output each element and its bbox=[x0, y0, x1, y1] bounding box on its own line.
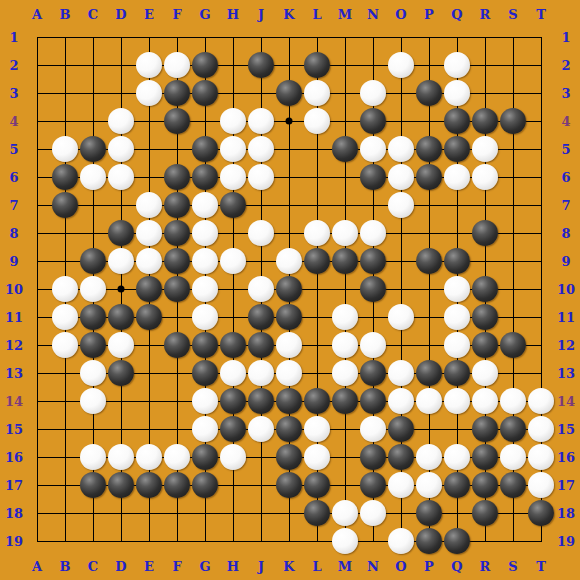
white-stone-O17[interactable] bbox=[388, 472, 414, 498]
row-label-right-15: 15 bbox=[557, 422, 575, 437]
white-stone-C6[interactable] bbox=[80, 164, 106, 190]
white-stone-Q10[interactable] bbox=[444, 276, 470, 302]
white-stone-M12[interactable] bbox=[332, 332, 358, 358]
white-stone-D6[interactable] bbox=[108, 164, 134, 190]
black-stone-R16[interactable] bbox=[472, 444, 498, 470]
row-label-right-12: 12 bbox=[557, 338, 575, 353]
black-stone-R11[interactable] bbox=[472, 304, 498, 330]
row-label-right-19: 19 bbox=[557, 534, 575, 549]
black-stone-T18[interactable] bbox=[528, 500, 554, 526]
white-stone-N18[interactable] bbox=[360, 500, 386, 526]
black-stone-R12[interactable] bbox=[472, 332, 498, 358]
white-stone-B5[interactable] bbox=[52, 136, 78, 162]
white-stone-J5[interactable] bbox=[248, 136, 274, 162]
white-stone-G15[interactable] bbox=[192, 416, 218, 442]
white-stone-E8[interactable] bbox=[136, 220, 162, 246]
col-label-top-A: A bbox=[32, 7, 42, 22]
white-stone-R6[interactable] bbox=[472, 164, 498, 190]
black-stone-E10[interactable] bbox=[136, 276, 162, 302]
white-stone-E3[interactable] bbox=[136, 80, 162, 106]
white-stone-D4[interactable] bbox=[108, 108, 134, 134]
black-stone-J12[interactable] bbox=[248, 332, 274, 358]
row-label-right-2: 2 bbox=[561, 58, 570, 73]
black-stone-P5[interactable] bbox=[416, 136, 442, 162]
black-stone-L9[interactable] bbox=[304, 248, 330, 274]
black-stone-S12[interactable] bbox=[500, 332, 526, 358]
white-stone-J15[interactable] bbox=[248, 416, 274, 442]
row-label-right-7: 7 bbox=[561, 198, 570, 213]
white-stone-F16[interactable] bbox=[164, 444, 190, 470]
white-stone-P16[interactable] bbox=[416, 444, 442, 470]
white-stone-Q2[interactable] bbox=[444, 52, 470, 78]
black-stone-N9[interactable] bbox=[360, 248, 386, 274]
black-stone-F10[interactable] bbox=[164, 276, 190, 302]
col-label-top-O: O bbox=[395, 7, 406, 22]
row-label-left-6: 6 bbox=[9, 170, 18, 185]
black-stone-G16[interactable] bbox=[192, 444, 218, 470]
white-stone-N15[interactable] bbox=[360, 416, 386, 442]
black-stone-S15[interactable] bbox=[500, 416, 526, 442]
row-label-right-14: 14 bbox=[557, 394, 575, 409]
white-stone-B10[interactable] bbox=[52, 276, 78, 302]
black-stone-B7[interactable] bbox=[52, 192, 78, 218]
black-stone-K14[interactable] bbox=[276, 388, 302, 414]
white-stone-C13[interactable] bbox=[80, 360, 106, 386]
black-stone-N14[interactable] bbox=[360, 388, 386, 414]
black-stone-K11[interactable] bbox=[276, 304, 302, 330]
white-stone-E7[interactable] bbox=[136, 192, 162, 218]
black-stone-N6[interactable] bbox=[360, 164, 386, 190]
white-stone-O19[interactable] bbox=[388, 528, 414, 554]
black-stone-L14[interactable] bbox=[304, 388, 330, 414]
black-stone-M14[interactable] bbox=[332, 388, 358, 414]
row-label-right-4: 4 bbox=[561, 114, 570, 129]
black-stone-P13[interactable] bbox=[416, 360, 442, 386]
col-label-bottom-Q: Q bbox=[451, 559, 462, 574]
black-stone-B6[interactable] bbox=[52, 164, 78, 190]
col-label-top-C: C bbox=[88, 7, 98, 22]
col-label-top-K: K bbox=[283, 7, 294, 22]
black-stone-G17[interactable] bbox=[192, 472, 218, 498]
white-stone-J6[interactable] bbox=[248, 164, 274, 190]
col-label-top-Q: Q bbox=[451, 7, 462, 22]
black-stone-O16[interactable] bbox=[388, 444, 414, 470]
white-stone-J8[interactable] bbox=[248, 220, 274, 246]
white-stone-J10[interactable] bbox=[248, 276, 274, 302]
black-stone-C17[interactable] bbox=[80, 472, 106, 498]
black-stone-F3[interactable] bbox=[164, 80, 190, 106]
row-label-right-18: 18 bbox=[557, 506, 575, 521]
row-label-left-10: 10 bbox=[5, 282, 23, 297]
black-stone-G12[interactable] bbox=[192, 332, 218, 358]
black-stone-K17[interactable] bbox=[276, 472, 302, 498]
white-stone-Q3[interactable] bbox=[444, 80, 470, 106]
black-stone-J11[interactable] bbox=[248, 304, 274, 330]
row-label-right-5: 5 bbox=[561, 142, 570, 157]
black-stone-Q19[interactable] bbox=[444, 528, 470, 554]
white-stone-G10[interactable] bbox=[192, 276, 218, 302]
white-stone-M19[interactable] bbox=[332, 528, 358, 554]
white-stone-B11[interactable] bbox=[52, 304, 78, 330]
black-stone-N4[interactable] bbox=[360, 108, 386, 134]
black-stone-P9[interactable] bbox=[416, 248, 442, 274]
row-label-left-8: 8 bbox=[9, 226, 18, 241]
col-label-bottom-T: T bbox=[536, 559, 546, 574]
black-stone-P19[interactable] bbox=[416, 528, 442, 554]
white-stone-T17[interactable] bbox=[528, 472, 554, 498]
white-stone-Q12[interactable] bbox=[444, 332, 470, 358]
col-label-top-B: B bbox=[60, 7, 71, 22]
black-stone-G5[interactable] bbox=[192, 136, 218, 162]
col-label-top-D: D bbox=[115, 7, 126, 22]
col-label-bottom-J: J bbox=[258, 559, 264, 574]
white-stone-D16[interactable] bbox=[108, 444, 134, 470]
row-label-left-2: 2 bbox=[9, 58, 18, 73]
col-label-top-N: N bbox=[367, 7, 379, 22]
grid-line-vertical bbox=[345, 37, 346, 542]
white-stone-B12[interactable] bbox=[52, 332, 78, 358]
black-stone-E11[interactable] bbox=[136, 304, 162, 330]
white-stone-T15[interactable] bbox=[528, 416, 554, 442]
black-stone-H14[interactable] bbox=[220, 388, 246, 414]
black-stone-G6[interactable] bbox=[192, 164, 218, 190]
row-label-left-9: 9 bbox=[9, 254, 18, 269]
row-label-left-5: 5 bbox=[9, 142, 18, 157]
white-stone-M8[interactable] bbox=[332, 220, 358, 246]
black-stone-Q4[interactable] bbox=[444, 108, 470, 134]
white-stone-K13[interactable] bbox=[276, 360, 302, 386]
row-label-right-6: 6 bbox=[561, 170, 570, 185]
white-stone-Q16[interactable] bbox=[444, 444, 470, 470]
black-stone-G3[interactable] bbox=[192, 80, 218, 106]
star-point bbox=[286, 118, 293, 125]
white-stone-T14[interactable] bbox=[528, 388, 554, 414]
row-label-left-13: 13 bbox=[5, 366, 23, 381]
black-stone-Q5[interactable] bbox=[444, 136, 470, 162]
white-stone-F2[interactable] bbox=[164, 52, 190, 78]
white-stone-H13[interactable] bbox=[220, 360, 246, 386]
black-stone-D8[interactable] bbox=[108, 220, 134, 246]
black-stone-R10[interactable] bbox=[472, 276, 498, 302]
black-stone-F6[interactable] bbox=[164, 164, 190, 190]
black-stone-P18[interactable] bbox=[416, 500, 442, 526]
go-board[interactable]: AABBCCDDEEFFGGHHJJKKLLMMNNOOPPQQRRSSTT11… bbox=[0, 0, 580, 580]
white-stone-L4[interactable] bbox=[304, 108, 330, 134]
black-stone-R17[interactable] bbox=[472, 472, 498, 498]
white-stone-R14[interactable] bbox=[472, 388, 498, 414]
black-stone-R15[interactable] bbox=[472, 416, 498, 442]
white-stone-K9[interactable] bbox=[276, 248, 302, 274]
white-stone-O5[interactable] bbox=[388, 136, 414, 162]
white-stone-P17[interactable] bbox=[416, 472, 442, 498]
black-stone-F17[interactable] bbox=[164, 472, 190, 498]
white-stone-H5[interactable] bbox=[220, 136, 246, 162]
black-stone-C11[interactable] bbox=[80, 304, 106, 330]
white-stone-O11[interactable] bbox=[388, 304, 414, 330]
grid-line-horizontal bbox=[37, 513, 542, 514]
row-label-left-16: 16 bbox=[5, 450, 23, 465]
row-label-right-16: 16 bbox=[557, 450, 575, 465]
black-stone-P6[interactable] bbox=[416, 164, 442, 190]
black-stone-H15[interactable] bbox=[220, 416, 246, 442]
row-label-left-15: 15 bbox=[5, 422, 23, 437]
row-label-right-1: 1 bbox=[561, 30, 570, 45]
white-stone-D12[interactable] bbox=[108, 332, 134, 358]
col-label-bottom-C: C bbox=[88, 559, 98, 574]
black-stone-F7[interactable] bbox=[164, 192, 190, 218]
white-stone-S16[interactable] bbox=[500, 444, 526, 470]
white-stone-L3[interactable] bbox=[304, 80, 330, 106]
white-stone-C14[interactable] bbox=[80, 388, 106, 414]
col-label-bottom-F: F bbox=[172, 559, 181, 574]
col-label-top-L: L bbox=[312, 7, 321, 22]
col-label-top-P: P bbox=[424, 7, 434, 22]
black-stone-H7[interactable] bbox=[220, 192, 246, 218]
white-stone-S14[interactable] bbox=[500, 388, 526, 414]
white-stone-C16[interactable] bbox=[80, 444, 106, 470]
black-stone-R18[interactable] bbox=[472, 500, 498, 526]
col-label-bottom-R: R bbox=[480, 559, 491, 574]
row-label-left-19: 19 bbox=[5, 534, 23, 549]
black-stone-F8[interactable] bbox=[164, 220, 190, 246]
col-label-bottom-S: S bbox=[508, 559, 517, 574]
black-stone-K3[interactable] bbox=[276, 80, 302, 106]
black-stone-F4[interactable] bbox=[164, 108, 190, 134]
col-label-top-T: T bbox=[536, 7, 546, 22]
white-stone-Q6[interactable] bbox=[444, 164, 470, 190]
white-stone-N3[interactable] bbox=[360, 80, 386, 106]
black-stone-J2[interactable] bbox=[248, 52, 274, 78]
black-stone-F12[interactable] bbox=[164, 332, 190, 358]
black-stone-D11[interactable] bbox=[108, 304, 134, 330]
black-stone-C5[interactable] bbox=[80, 136, 106, 162]
white-stone-T16[interactable] bbox=[528, 444, 554, 470]
white-stone-J13[interactable] bbox=[248, 360, 274, 386]
white-stone-N8[interactable] bbox=[360, 220, 386, 246]
black-stone-G13[interactable] bbox=[192, 360, 218, 386]
black-stone-K15[interactable] bbox=[276, 416, 302, 442]
black-stone-K16[interactable] bbox=[276, 444, 302, 470]
white-stone-E9[interactable] bbox=[136, 248, 162, 274]
black-stone-F9[interactable] bbox=[164, 248, 190, 274]
white-stone-L16[interactable] bbox=[304, 444, 330, 470]
white-stone-P14[interactable] bbox=[416, 388, 442, 414]
row-label-left-11: 11 bbox=[5, 310, 23, 325]
white-stone-M11[interactable] bbox=[332, 304, 358, 330]
col-label-top-R: R bbox=[480, 7, 491, 22]
row-label-left-3: 3 bbox=[9, 86, 18, 101]
row-label-right-9: 9 bbox=[561, 254, 570, 269]
row-label-right-10: 10 bbox=[557, 282, 575, 297]
row-label-left-14: 14 bbox=[5, 394, 23, 409]
col-label-top-F: F bbox=[172, 7, 181, 22]
black-stone-R8[interactable] bbox=[472, 220, 498, 246]
col-label-bottom-H: H bbox=[227, 559, 239, 574]
black-stone-O15[interactable] bbox=[388, 416, 414, 442]
col-label-top-H: H bbox=[227, 7, 239, 22]
col-label-bottom-O: O bbox=[395, 559, 406, 574]
col-label-bottom-L: L bbox=[312, 559, 321, 574]
black-stone-P3[interactable] bbox=[416, 80, 442, 106]
row-label-left-7: 7 bbox=[9, 198, 18, 213]
row-label-left-18: 18 bbox=[5, 506, 23, 521]
white-stone-G8[interactable] bbox=[192, 220, 218, 246]
white-stone-G11[interactable] bbox=[192, 304, 218, 330]
white-stone-K12[interactable] bbox=[276, 332, 302, 358]
white-stone-D9[interactable] bbox=[108, 248, 134, 274]
white-stone-O6[interactable] bbox=[388, 164, 414, 190]
col-label-bottom-P: P bbox=[424, 559, 434, 574]
col-label-top-J: J bbox=[258, 7, 264, 22]
col-label-bottom-K: K bbox=[283, 559, 294, 574]
white-stone-H6[interactable] bbox=[220, 164, 246, 190]
white-stone-J4[interactable] bbox=[248, 108, 274, 134]
white-stone-O14[interactable] bbox=[388, 388, 414, 414]
black-stone-H12[interactable] bbox=[220, 332, 246, 358]
black-stone-N10[interactable] bbox=[360, 276, 386, 302]
col-label-bottom-B: B bbox=[60, 559, 71, 574]
white-stone-R13[interactable] bbox=[472, 360, 498, 386]
white-stone-Q11[interactable] bbox=[444, 304, 470, 330]
col-label-top-M: M bbox=[338, 7, 352, 22]
black-stone-D13[interactable] bbox=[108, 360, 134, 386]
white-stone-M18[interactable] bbox=[332, 500, 358, 526]
white-stone-O7[interactable] bbox=[388, 192, 414, 218]
white-stone-N5[interactable] bbox=[360, 136, 386, 162]
col-label-bottom-A: A bbox=[32, 559, 42, 574]
white-stone-G14[interactable] bbox=[192, 388, 218, 414]
black-stone-L18[interactable] bbox=[304, 500, 330, 526]
star-point bbox=[118, 286, 125, 293]
row-label-left-17: 17 bbox=[5, 478, 23, 493]
black-stone-S17[interactable] bbox=[500, 472, 526, 498]
col-label-top-E: E bbox=[144, 7, 154, 22]
white-stone-O13[interactable] bbox=[388, 360, 414, 386]
black-stone-J14[interactable] bbox=[248, 388, 274, 414]
row-label-right-17: 17 bbox=[557, 478, 575, 493]
black-stone-N13[interactable] bbox=[360, 360, 386, 386]
row-label-left-12: 12 bbox=[5, 338, 23, 353]
white-stone-G7[interactable] bbox=[192, 192, 218, 218]
row-label-right-13: 13 bbox=[557, 366, 575, 381]
black-stone-D17[interactable] bbox=[108, 472, 134, 498]
black-stone-L17[interactable] bbox=[304, 472, 330, 498]
black-stone-M9[interactable] bbox=[332, 248, 358, 274]
white-stone-M13[interactable] bbox=[332, 360, 358, 386]
black-stone-G2[interactable] bbox=[192, 52, 218, 78]
white-stone-R5[interactable] bbox=[472, 136, 498, 162]
col-label-bottom-N: N bbox=[367, 559, 379, 574]
black-stone-S4[interactable] bbox=[500, 108, 526, 134]
black-stone-Q9[interactable] bbox=[444, 248, 470, 274]
row-label-right-11: 11 bbox=[557, 310, 575, 325]
white-stone-H9[interactable] bbox=[220, 248, 246, 274]
black-stone-C9[interactable] bbox=[80, 248, 106, 274]
white-stone-Q14[interactable] bbox=[444, 388, 470, 414]
row-label-right-8: 8 bbox=[561, 226, 570, 241]
black-stone-K10[interactable] bbox=[276, 276, 302, 302]
black-stone-E17[interactable] bbox=[136, 472, 162, 498]
col-label-top-S: S bbox=[508, 7, 517, 22]
black-stone-N16[interactable] bbox=[360, 444, 386, 470]
black-stone-L2[interactable] bbox=[304, 52, 330, 78]
row-label-right-3: 3 bbox=[561, 86, 570, 101]
col-label-top-G: G bbox=[199, 7, 210, 22]
white-stone-L15[interactable] bbox=[304, 416, 330, 442]
white-stone-D5[interactable] bbox=[108, 136, 134, 162]
black-stone-N17[interactable] bbox=[360, 472, 386, 498]
white-stone-E2[interactable] bbox=[136, 52, 162, 78]
col-label-bottom-M: M bbox=[338, 559, 352, 574]
col-label-bottom-E: E bbox=[144, 559, 154, 574]
black-stone-C12[interactable] bbox=[80, 332, 106, 358]
white-stone-H16[interactable] bbox=[220, 444, 246, 470]
black-stone-M5[interactable] bbox=[332, 136, 358, 162]
row-label-left-1: 1 bbox=[9, 30, 18, 45]
black-stone-R4[interactable] bbox=[472, 108, 498, 134]
row-label-left-4: 4 bbox=[9, 114, 18, 129]
black-stone-Q17[interactable] bbox=[444, 472, 470, 498]
col-label-bottom-G: G bbox=[199, 559, 210, 574]
white-stone-N12[interactable] bbox=[360, 332, 386, 358]
white-stone-L8[interactable] bbox=[304, 220, 330, 246]
black-stone-Q13[interactable] bbox=[444, 360, 470, 386]
white-stone-C10[interactable] bbox=[80, 276, 106, 302]
col-label-bottom-D: D bbox=[115, 559, 126, 574]
white-stone-O2[interactable] bbox=[388, 52, 414, 78]
white-stone-G9[interactable] bbox=[192, 248, 218, 274]
white-stone-E16[interactable] bbox=[136, 444, 162, 470]
white-stone-H4[interactable] bbox=[220, 108, 246, 134]
